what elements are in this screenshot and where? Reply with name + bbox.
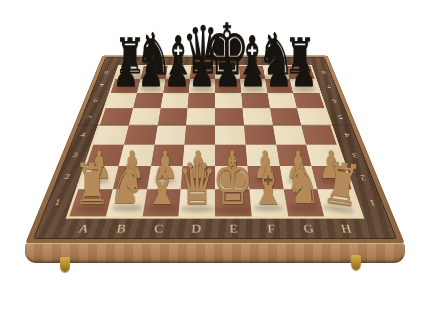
square-e5 — [215, 108, 244, 125]
square-f5 — [242, 108, 272, 125]
square-a5 — [100, 108, 133, 125]
square-b4 — [124, 126, 158, 145]
fold-seam — [77, 125, 354, 126]
file-label-h: H — [326, 223, 367, 236]
square-b5 — [129, 108, 161, 125]
square-e6 — [215, 93, 242, 108]
file-label-g: G — [289, 223, 329, 236]
chess-set-photo: ABCDEFGH 87654321 87654321 ♜♞♝♛♚♝♞♜♟♟♟♟♟… — [0, 0, 430, 322]
square-c5 — [157, 108, 187, 125]
square-h5 — [297, 108, 330, 125]
square-g7 — [265, 79, 293, 93]
square-h3 — [306, 144, 344, 165]
square-f7 — [240, 79, 267, 93]
file-label-c: C — [139, 223, 178, 236]
square-c8 — [165, 66, 191, 79]
square-g5 — [270, 108, 302, 125]
square-e3 — [215, 144, 247, 165]
square-d7 — [189, 79, 215, 93]
square-c2 — [147, 166, 183, 190]
square-b1 — [106, 189, 147, 216]
square-c6 — [160, 93, 189, 108]
square-h4 — [301, 126, 336, 145]
square-h2 — [312, 166, 352, 190]
square-f4 — [244, 126, 276, 145]
square-d2 — [181, 166, 215, 190]
square-f8 — [239, 66, 265, 79]
square-d6 — [188, 93, 215, 108]
square-d5 — [186, 108, 215, 125]
file-label-f: F — [252, 223, 291, 236]
board-squares-grid — [66, 65, 365, 218]
square-e4 — [215, 126, 245, 145]
file-label-a: A — [63, 223, 104, 236]
square-h7 — [290, 79, 320, 93]
square-b7 — [137, 79, 165, 93]
square-e8 — [215, 66, 240, 79]
square-h8 — [286, 66, 314, 79]
square-b2 — [112, 166, 150, 190]
square-b8 — [140, 66, 167, 79]
brass-hinge-left — [60, 257, 70, 272]
square-d3 — [183, 144, 215, 165]
square-g6 — [267, 93, 297, 108]
brass-hinge-right — [351, 255, 361, 270]
square-g8 — [263, 66, 290, 79]
square-f2 — [247, 166, 283, 190]
square-b6 — [133, 93, 163, 108]
square-c7 — [163, 79, 190, 93]
square-e1 — [215, 189, 251, 216]
square-e7 — [215, 79, 241, 93]
square-c1 — [142, 189, 181, 216]
chess-board: ABCDEFGH 87654321 87654321 — [25, 55, 405, 244]
square-c3 — [151, 144, 185, 165]
square-d1 — [179, 189, 215, 216]
square-b3 — [118, 144, 154, 165]
square-a7 — [111, 79, 141, 93]
file-label-d: D — [177, 223, 215, 236]
square-a8 — [115, 66, 143, 79]
square-h1 — [318, 189, 361, 216]
square-h6 — [293, 93, 324, 108]
square-d4 — [185, 126, 215, 145]
square-f1 — [249, 189, 288, 216]
square-f3 — [245, 144, 279, 165]
square-e2 — [215, 166, 249, 190]
box-front-edge — [25, 243, 405, 263]
square-f6 — [241, 93, 270, 108]
file-labels: ABCDEFGH — [62, 221, 368, 238]
square-d8 — [190, 66, 215, 79]
file-label-b: B — [101, 223, 141, 236]
file-label-e: E — [215, 223, 253, 236]
square-a6 — [105, 93, 136, 108]
square-c4 — [154, 126, 186, 145]
